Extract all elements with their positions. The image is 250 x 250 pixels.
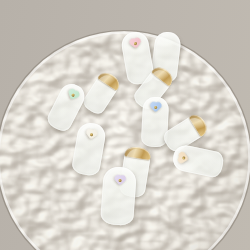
gold-french-tip — [97, 69, 122, 91]
gold-french-tip — [188, 112, 210, 137]
press-on-nail-white — [71, 121, 108, 177]
press-on-nail-gold-peek — [80, 69, 122, 117]
gold-stud — [154, 106, 157, 109]
gold-french-tip — [124, 145, 151, 160]
gold-stud — [133, 42, 136, 45]
nail-set — [0, 0, 250, 250]
photo-scene — [0, 0, 250, 250]
gold-stud — [117, 179, 120, 182]
press-on-nail-cream — [171, 143, 225, 179]
press-on-nail-lavender — [100, 166, 137, 226]
